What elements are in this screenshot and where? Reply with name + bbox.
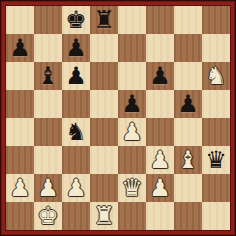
square-d3[interactable] <box>90 146 118 174</box>
square-b5[interactable] <box>34 90 62 118</box>
square-g7[interactable] <box>174 34 202 62</box>
square-g8[interactable] <box>174 6 202 34</box>
square-f6[interactable]: ♟ <box>146 62 174 90</box>
square-a8[interactable] <box>6 6 34 34</box>
piece-white-pawn[interactable]: ♟ <box>65 174 87 202</box>
piece-white-pawn[interactable]: ♟ <box>9 174 31 202</box>
piece-black-pawn[interactable]: ♟ <box>177 90 199 118</box>
square-a1[interactable] <box>6 202 34 230</box>
square-f2[interactable]: ♟ <box>146 174 174 202</box>
square-e2[interactable]: ♛ <box>118 174 146 202</box>
square-b1[interactable]: ♚ <box>34 202 62 230</box>
square-h2[interactable] <box>202 174 230 202</box>
square-a4[interactable] <box>6 118 34 146</box>
square-b6[interactable]: ♝ <box>34 62 62 90</box>
square-e7[interactable] <box>118 34 146 62</box>
square-c1[interactable] <box>62 202 90 230</box>
square-c8[interactable]: ♚ <box>62 6 90 34</box>
piece-white-king[interactable]: ♚ <box>37 202 59 230</box>
square-d1[interactable]: ♜ <box>90 202 118 230</box>
square-c2[interactable]: ♟ <box>62 174 90 202</box>
square-a6[interactable] <box>6 62 34 90</box>
piece-black-knight[interactable]: ♞ <box>65 118 87 146</box>
piece-white-queen[interactable]: ♛ <box>121 174 143 202</box>
square-b3[interactable] <box>34 146 62 174</box>
square-h1[interactable] <box>202 202 230 230</box>
square-f4[interactable] <box>146 118 174 146</box>
piece-white-pawn[interactable]: ♟ <box>37 174 59 202</box>
square-b2[interactable]: ♟ <box>34 174 62 202</box>
piece-black-pawn[interactable]: ♟ <box>9 34 31 62</box>
piece-black-bishop[interactable]: ♝ <box>37 62 59 90</box>
piece-white-pawn[interactable]: ♟ <box>121 118 143 146</box>
square-f8[interactable] <box>146 6 174 34</box>
piece-black-pawn[interactable]: ♟ <box>121 90 143 118</box>
piece-black-king[interactable]: ♚ <box>65 6 87 34</box>
square-g3[interactable]: ♝ <box>174 146 202 174</box>
square-f3[interactable]: ♟ <box>146 146 174 174</box>
board-frame: ♚♜♟♟♝♟♟♞♟♟♞♟♟♝♛♟♟♟♛♟♚♜ <box>0 0 236 236</box>
square-h8[interactable] <box>202 6 230 34</box>
piece-white-bishop[interactable]: ♝ <box>177 146 199 174</box>
square-e4[interactable]: ♟ <box>118 118 146 146</box>
square-c4[interactable]: ♞ <box>62 118 90 146</box>
square-f1[interactable] <box>146 202 174 230</box>
piece-black-queen[interactable]: ♛ <box>205 146 227 174</box>
square-d4[interactable] <box>90 118 118 146</box>
square-a3[interactable] <box>6 146 34 174</box>
square-c7[interactable]: ♟ <box>62 34 90 62</box>
square-h6[interactable]: ♞ <box>202 62 230 90</box>
square-d7[interactable] <box>90 34 118 62</box>
square-c3[interactable] <box>62 146 90 174</box>
square-d2[interactable] <box>90 174 118 202</box>
square-b8[interactable] <box>34 6 62 34</box>
square-e3[interactable] <box>118 146 146 174</box>
square-h3[interactable]: ♛ <box>202 146 230 174</box>
piece-black-rook[interactable]: ♜ <box>93 6 115 34</box>
piece-white-rook[interactable]: ♜ <box>93 202 115 230</box>
square-e1[interactable] <box>118 202 146 230</box>
square-c6[interactable]: ♟ <box>62 62 90 90</box>
square-h5[interactable] <box>202 90 230 118</box>
square-b7[interactable] <box>34 34 62 62</box>
square-b4[interactable] <box>34 118 62 146</box>
square-g6[interactable] <box>174 62 202 90</box>
square-g5[interactable]: ♟ <box>174 90 202 118</box>
square-f7[interactable] <box>146 34 174 62</box>
piece-black-pawn[interactable]: ♟ <box>65 34 87 62</box>
square-e5[interactable]: ♟ <box>118 90 146 118</box>
square-h4[interactable] <box>202 118 230 146</box>
square-h7[interactable] <box>202 34 230 62</box>
square-d6[interactable] <box>90 62 118 90</box>
square-a2[interactable]: ♟ <box>6 174 34 202</box>
square-d8[interactable]: ♜ <box>90 6 118 34</box>
square-e6[interactable] <box>118 62 146 90</box>
piece-white-pawn[interactable]: ♟ <box>149 146 171 174</box>
chess-board: ♚♜♟♟♝♟♟♞♟♟♞♟♟♝♛♟♟♟♛♟♚♜ <box>6 6 230 230</box>
piece-white-knight[interactable]: ♞ <box>205 62 227 90</box>
square-c5[interactable] <box>62 90 90 118</box>
square-g2[interactable] <box>174 174 202 202</box>
piece-black-pawn[interactable]: ♟ <box>65 62 87 90</box>
piece-white-pawn[interactable]: ♟ <box>149 174 171 202</box>
square-a7[interactable]: ♟ <box>6 34 34 62</box>
square-d5[interactable] <box>90 90 118 118</box>
square-e8[interactable] <box>118 6 146 34</box>
square-g1[interactable] <box>174 202 202 230</box>
square-f5[interactable] <box>146 90 174 118</box>
square-a5[interactable] <box>6 90 34 118</box>
piece-black-pawn[interactable]: ♟ <box>149 62 171 90</box>
square-g4[interactable] <box>174 118 202 146</box>
